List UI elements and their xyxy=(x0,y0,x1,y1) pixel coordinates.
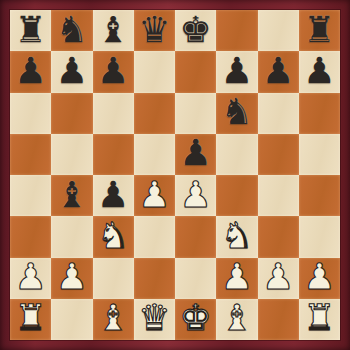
square-h2[interactable]: ♟ xyxy=(299,258,340,299)
square-a3[interactable] xyxy=(10,216,51,257)
square-g2[interactable]: ♟ xyxy=(258,258,299,299)
square-d2[interactable] xyxy=(134,258,175,299)
square-g6[interactable] xyxy=(258,93,299,134)
white-pawn: ♟ xyxy=(221,259,253,295)
black-knight: ♞ xyxy=(56,12,88,48)
square-f7[interactable]: ♟ xyxy=(216,51,257,92)
white-bishop: ♝ xyxy=(221,300,253,336)
square-g5[interactable] xyxy=(258,134,299,175)
square-c3[interactable]: ♞ xyxy=(93,216,134,257)
chess-board-frame: ♜♞♝♛♚♜♟♟♟♟♟♟♞♟♝♟♟♟♞♞♟♟♟♟♟♜♝♛♚♝♜ xyxy=(0,0,350,350)
black-knight: ♞ xyxy=(221,94,253,130)
black-king: ♚ xyxy=(179,12,211,48)
white-rook: ♜ xyxy=(303,300,335,336)
white-king: ♚ xyxy=(179,300,211,336)
white-bishop: ♝ xyxy=(97,300,129,336)
black-pawn: ♟ xyxy=(262,53,294,89)
square-e8[interactable]: ♚ xyxy=(175,10,216,51)
black-bishop: ♝ xyxy=(97,12,129,48)
square-c1[interactable]: ♝ xyxy=(93,299,134,340)
square-a6[interactable] xyxy=(10,93,51,134)
square-b8[interactable]: ♞ xyxy=(51,10,92,51)
white-pawn: ♟ xyxy=(56,259,88,295)
square-d5[interactable] xyxy=(134,134,175,175)
square-b7[interactable]: ♟ xyxy=(51,51,92,92)
square-d3[interactable] xyxy=(134,216,175,257)
square-g8[interactable] xyxy=(258,10,299,51)
square-b5[interactable] xyxy=(51,134,92,175)
white-pawn: ♟ xyxy=(303,259,335,295)
black-pawn: ♟ xyxy=(221,53,253,89)
square-h3[interactable] xyxy=(299,216,340,257)
square-c6[interactable] xyxy=(93,93,134,134)
square-g4[interactable] xyxy=(258,175,299,216)
square-e4[interactable]: ♟ xyxy=(175,175,216,216)
square-f5[interactable] xyxy=(216,134,257,175)
white-knight: ♞ xyxy=(221,218,253,254)
square-a8[interactable]: ♜ xyxy=(10,10,51,51)
square-f2[interactable]: ♟ xyxy=(216,258,257,299)
square-b6[interactable] xyxy=(51,93,92,134)
square-g3[interactable] xyxy=(258,216,299,257)
square-b3[interactable] xyxy=(51,216,92,257)
square-h6[interactable] xyxy=(299,93,340,134)
white-rook: ♜ xyxy=(14,300,46,336)
square-b1[interactable] xyxy=(51,299,92,340)
square-b4[interactable]: ♝ xyxy=(51,175,92,216)
black-pawn: ♟ xyxy=(179,135,211,171)
square-e5[interactable]: ♟ xyxy=(175,134,216,175)
square-g7[interactable]: ♟ xyxy=(258,51,299,92)
square-f8[interactable] xyxy=(216,10,257,51)
square-f4[interactable] xyxy=(216,175,257,216)
square-h1[interactable]: ♜ xyxy=(299,299,340,340)
square-c5[interactable] xyxy=(93,134,134,175)
black-bishop: ♝ xyxy=(56,177,88,213)
square-h8[interactable]: ♜ xyxy=(299,10,340,51)
square-d4[interactable]: ♟ xyxy=(134,175,175,216)
white-queen: ♛ xyxy=(138,300,170,336)
square-a4[interactable] xyxy=(10,175,51,216)
white-pawn: ♟ xyxy=(14,259,46,295)
square-e7[interactable] xyxy=(175,51,216,92)
black-pawn: ♟ xyxy=(56,53,88,89)
square-c8[interactable]: ♝ xyxy=(93,10,134,51)
square-f1[interactable]: ♝ xyxy=(216,299,257,340)
chess-board: ♜♞♝♛♚♜♟♟♟♟♟♟♞♟♝♟♟♟♞♞♟♟♟♟♟♜♝♛♚♝♜ xyxy=(10,10,340,340)
square-a2[interactable]: ♟ xyxy=(10,258,51,299)
black-rook: ♜ xyxy=(303,12,335,48)
square-e2[interactable] xyxy=(175,258,216,299)
square-e6[interactable] xyxy=(175,93,216,134)
black-rook: ♜ xyxy=(14,12,46,48)
square-e3[interactable] xyxy=(175,216,216,257)
white-pawn: ♟ xyxy=(179,177,211,213)
square-c7[interactable]: ♟ xyxy=(93,51,134,92)
square-f6[interactable]: ♞ xyxy=(216,93,257,134)
white-pawn: ♟ xyxy=(262,259,294,295)
square-g1[interactable] xyxy=(258,299,299,340)
square-c4[interactable]: ♟ xyxy=(93,175,134,216)
square-b2[interactable]: ♟ xyxy=(51,258,92,299)
square-f3[interactable]: ♞ xyxy=(216,216,257,257)
square-a5[interactable] xyxy=(10,134,51,175)
square-c2[interactable] xyxy=(93,258,134,299)
square-h7[interactable]: ♟ xyxy=(299,51,340,92)
square-d8[interactable]: ♛ xyxy=(134,10,175,51)
square-a1[interactable]: ♜ xyxy=(10,299,51,340)
black-queen: ♛ xyxy=(138,12,170,48)
white-knight: ♞ xyxy=(97,218,129,254)
square-d7[interactable] xyxy=(134,51,175,92)
square-h4[interactable] xyxy=(299,175,340,216)
square-d1[interactable]: ♛ xyxy=(134,299,175,340)
white-pawn: ♟ xyxy=(138,177,170,213)
square-a7[interactable]: ♟ xyxy=(10,51,51,92)
square-h5[interactable] xyxy=(299,134,340,175)
black-pawn: ♟ xyxy=(303,53,335,89)
black-pawn: ♟ xyxy=(14,53,46,89)
square-d6[interactable] xyxy=(134,93,175,134)
square-e1[interactable]: ♚ xyxy=(175,299,216,340)
black-pawn: ♟ xyxy=(97,177,129,213)
black-pawn: ♟ xyxy=(97,53,129,89)
